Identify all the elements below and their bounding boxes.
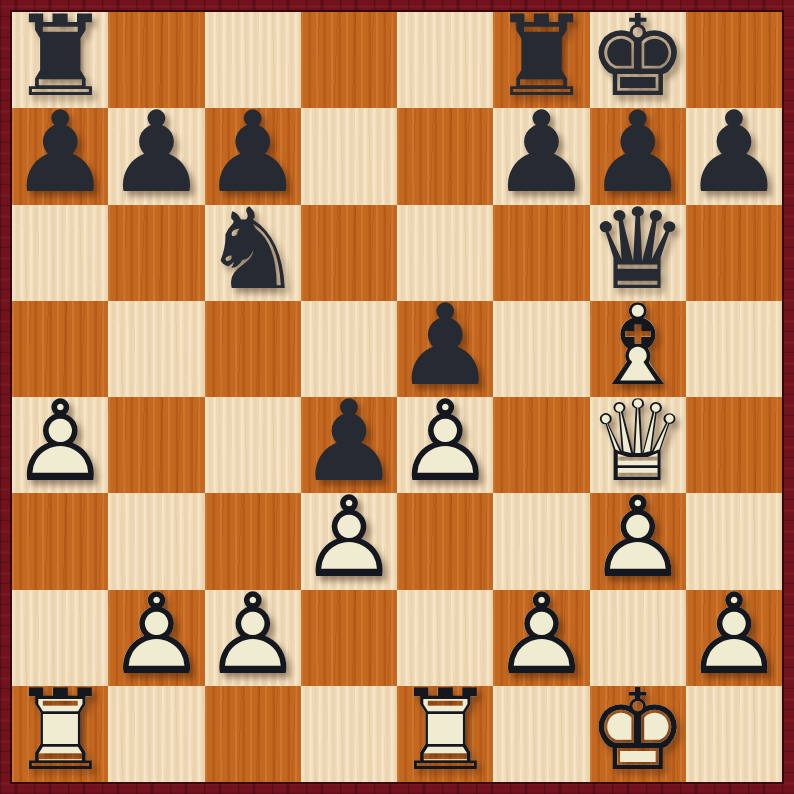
- square-d7[interactable]: [301, 108, 397, 204]
- square-d4[interactable]: ♟: [301, 397, 397, 493]
- square-h2[interactable]: ♟♙: [686, 590, 782, 686]
- square-d5[interactable]: [301, 301, 397, 397]
- square-a4[interactable]: ♟♙: [12, 397, 108, 493]
- square-h1[interactable]: [686, 686, 782, 782]
- white-pawn-piece-outline: ♙: [301, 489, 397, 585]
- board-frame: ♜♜♚♟♟♟♟♟♟♞♛♟♝♗♟♙♟♟♙♛♕♟♙♟♙♟♙♟♙♟♙♟♙♜♖♜♖♚♔: [0, 0, 794, 794]
- square-g1[interactable]: ♚♔: [590, 686, 686, 782]
- square-f3[interactable]: [493, 493, 589, 589]
- square-h7[interactable]: ♟: [686, 108, 782, 204]
- white-pawn-piece-outline: ♙: [397, 393, 493, 489]
- black-knight-piece: ♞: [205, 201, 301, 297]
- black-rook-piece: ♜: [493, 8, 589, 104]
- black-pawn-piece: ♟: [12, 104, 108, 200]
- square-d6[interactable]: [301, 205, 397, 301]
- white-pawn-piece-outline: ♙: [205, 586, 301, 682]
- white-queen-piece: ♛: [590, 393, 686, 489]
- square-g4[interactable]: ♛♕: [590, 397, 686, 493]
- black-pawn-piece: ♟: [301, 393, 397, 489]
- black-pawn-piece: ♟: [397, 297, 493, 393]
- square-c2[interactable]: ♟♙: [205, 590, 301, 686]
- white-pawn-piece: ♟: [12, 393, 108, 489]
- square-b3[interactable]: [108, 493, 204, 589]
- square-f5[interactable]: [493, 301, 589, 397]
- square-h5[interactable]: [686, 301, 782, 397]
- square-c4[interactable]: [205, 397, 301, 493]
- square-d2[interactable]: [301, 590, 397, 686]
- white-king-piece: ♚: [590, 682, 686, 778]
- square-e4[interactable]: ♟♙: [397, 397, 493, 493]
- white-pawn-piece-outline: ♙: [590, 489, 686, 585]
- square-h4[interactable]: [686, 397, 782, 493]
- square-b4[interactable]: [108, 397, 204, 493]
- square-a7[interactable]: ♟: [12, 108, 108, 204]
- square-b6[interactable]: [108, 205, 204, 301]
- square-f7[interactable]: ♟: [493, 108, 589, 204]
- white-bishop-piece: ♝: [590, 297, 686, 393]
- white-queen-piece-outline: ♕: [590, 393, 686, 489]
- square-a5[interactable]: [12, 301, 108, 397]
- square-g8[interactable]: ♚: [590, 12, 686, 108]
- square-b2[interactable]: ♟♙: [108, 590, 204, 686]
- square-d1[interactable]: [301, 686, 397, 782]
- square-h3[interactable]: [686, 493, 782, 589]
- white-rook-piece: ♜: [12, 682, 108, 778]
- square-f8[interactable]: ♜: [493, 12, 589, 108]
- square-h6[interactable]: [686, 205, 782, 301]
- white-rook-piece: ♜: [397, 682, 493, 778]
- white-pawn-piece: ♟: [301, 489, 397, 585]
- square-a3[interactable]: [12, 493, 108, 589]
- square-e7[interactable]: [397, 108, 493, 204]
- square-e1[interactable]: ♜♖: [397, 686, 493, 782]
- white-pawn-piece: ♟: [590, 489, 686, 585]
- black-pawn-piece: ♟: [590, 104, 686, 200]
- square-g5[interactable]: ♝♗: [590, 301, 686, 397]
- square-e5[interactable]: ♟: [397, 301, 493, 397]
- square-f4[interactable]: [493, 397, 589, 493]
- square-d8[interactable]: [301, 12, 397, 108]
- square-c1[interactable]: [205, 686, 301, 782]
- square-g3[interactable]: ♟♙: [590, 493, 686, 589]
- black-king-piece: ♚: [590, 8, 686, 104]
- white-rook-piece-outline: ♖: [12, 682, 108, 778]
- square-a2[interactable]: [12, 590, 108, 686]
- square-f1[interactable]: [493, 686, 589, 782]
- white-bishop-piece-outline: ♗: [590, 297, 686, 393]
- square-b8[interactable]: [108, 12, 204, 108]
- white-pawn-piece: ♟: [397, 393, 493, 489]
- black-pawn-piece: ♟: [205, 104, 301, 200]
- square-g2[interactable]: [590, 590, 686, 686]
- black-rook-piece: ♜: [12, 8, 108, 104]
- white-pawn-piece-outline: ♙: [12, 393, 108, 489]
- square-c8[interactable]: [205, 12, 301, 108]
- white-pawn-piece: ♟: [686, 586, 782, 682]
- square-b1[interactable]: [108, 686, 204, 782]
- white-king-piece-outline: ♔: [590, 682, 686, 778]
- square-e3[interactable]: [397, 493, 493, 589]
- square-g6[interactable]: ♛: [590, 205, 686, 301]
- black-pawn-piece: ♟: [686, 104, 782, 200]
- square-c7[interactable]: ♟: [205, 108, 301, 204]
- square-a1[interactable]: ♜♖: [12, 686, 108, 782]
- square-h8[interactable]: [686, 12, 782, 108]
- square-e8[interactable]: [397, 12, 493, 108]
- black-queen-piece: ♛: [590, 201, 686, 297]
- white-pawn-piece: ♟: [205, 586, 301, 682]
- square-b5[interactable]: [108, 301, 204, 397]
- square-c3[interactable]: [205, 493, 301, 589]
- square-d3[interactable]: ♟♙: [301, 493, 397, 589]
- white-pawn-piece: ♟: [493, 586, 589, 682]
- square-a8[interactable]: ♜: [12, 12, 108, 108]
- black-pawn-piece: ♟: [493, 104, 589, 200]
- white-pawn-piece-outline: ♙: [686, 586, 782, 682]
- chess-board: ♜♜♚♟♟♟♟♟♟♞♛♟♝♗♟♙♟♟♙♛♕♟♙♟♙♟♙♟♙♟♙♟♙♜♖♜♖♚♔: [12, 12, 782, 782]
- white-pawn-piece-outline: ♙: [108, 586, 204, 682]
- white-rook-piece-outline: ♖: [397, 682, 493, 778]
- square-e2[interactable]: [397, 590, 493, 686]
- square-g7[interactable]: ♟: [590, 108, 686, 204]
- square-c6[interactable]: ♞: [205, 205, 301, 301]
- square-c5[interactable]: [205, 301, 301, 397]
- square-e6[interactable]: [397, 205, 493, 301]
- square-f2[interactable]: ♟♙: [493, 590, 589, 686]
- square-b7[interactable]: ♟: [108, 108, 204, 204]
- white-pawn-piece-outline: ♙: [493, 586, 589, 682]
- black-pawn-piece: ♟: [108, 104, 204, 200]
- white-pawn-piece: ♟: [108, 586, 204, 682]
- square-f6[interactable]: [493, 205, 589, 301]
- square-a6[interactable]: [12, 205, 108, 301]
